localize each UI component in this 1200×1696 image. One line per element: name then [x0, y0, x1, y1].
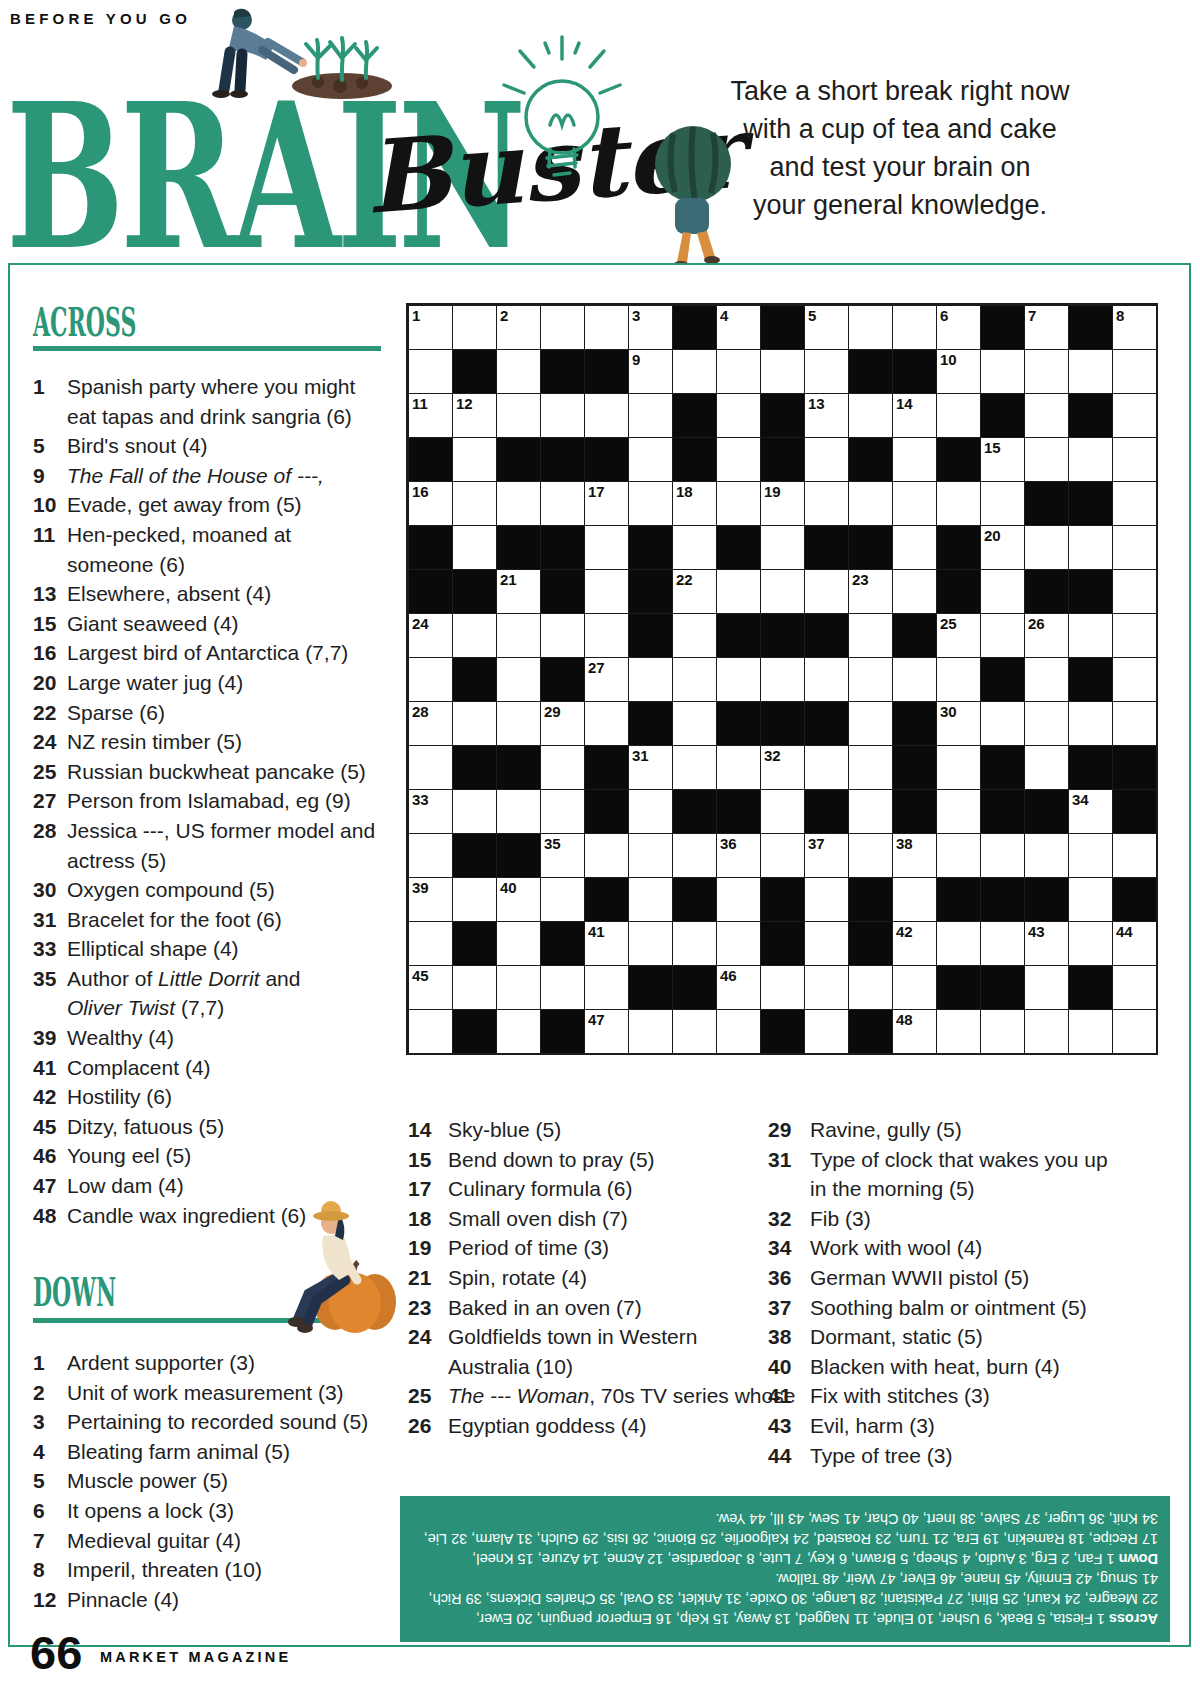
across-clue-11-cont: someone (6): [33, 550, 388, 580]
grid-cell-r15c10[interactable]: [804, 921, 848, 965]
grid-cell-r6c14[interactable]: 20: [980, 525, 1024, 569]
grid-cell-r1c7: [672, 305, 716, 349]
grid-cell-r6c15[interactable]: [1024, 525, 1068, 569]
grid-cell-r3c6[interactable]: [628, 393, 672, 437]
grid-cell-r6c7[interactable]: [672, 525, 716, 569]
grid-cell-r13c13[interactable]: [936, 833, 980, 877]
grid-cell-r13c1[interactable]: [408, 833, 452, 877]
down-clue-4: 4Bleating farm animal (5): [33, 1437, 388, 1467]
grid-cell-r3c2[interactable]: 12: [452, 393, 496, 437]
grid-cell-r16c2[interactable]: [452, 965, 496, 1009]
grid-cell-r17c9: [760, 1009, 804, 1053]
grid-cell-r7c9[interactable]: [760, 569, 804, 613]
grid-cell-r15c16[interactable]: [1068, 921, 1112, 965]
clue-number: 19: [408, 1233, 448, 1263]
grid-cell-r5c11[interactable]: [848, 481, 892, 525]
grid-cell-r6c6: [628, 525, 672, 569]
grid-cell-r14c10[interactable]: [804, 877, 848, 921]
grid-cell-r12c6[interactable]: [628, 789, 672, 833]
answers-line-1: Across 1 Fiesta, 5 Beak, 9 Usher, 10 Elu…: [412, 1609, 1158, 1629]
grid-cell-r5c1[interactable]: 16: [408, 481, 452, 525]
grid-cell-r8c13[interactable]: 25: [936, 613, 980, 657]
grid-cell-r3c13[interactable]: [936, 393, 980, 437]
down-clue-24-cont: Australia (10): [408, 1352, 753, 1382]
grid-cell-r15c14[interactable]: [980, 921, 1024, 965]
intro-line-2: with a cup of tea and cake: [700, 110, 1100, 148]
grid-cell-r3c16: [1068, 393, 1112, 437]
grid-cell-r14c8[interactable]: [716, 877, 760, 921]
grid-cell-r6c8: [716, 525, 760, 569]
down-clue-40: 40Blacken with heat, burn (4): [768, 1352, 1128, 1382]
cell-number-11: 11: [412, 395, 428, 412]
grid-cell-r14c1[interactable]: 39: [408, 877, 452, 921]
grid-cell-r3c12[interactable]: 14: [892, 393, 936, 437]
clue-number: 40: [768, 1352, 810, 1382]
grid-cell-r15c13[interactable]: [936, 921, 980, 965]
grid-cell-r7c12[interactable]: [892, 569, 936, 613]
grid-cell-r9c10[interactable]: [804, 657, 848, 701]
clue-number: 6: [33, 1496, 67, 1526]
clue-number: 30: [33, 875, 67, 905]
grid-cell-r2c13[interactable]: 10: [936, 349, 980, 393]
grid-cell-r3c3[interactable]: [496, 393, 540, 437]
clue-number: 35: [33, 964, 67, 994]
cell-number-16: 16: [412, 483, 429, 500]
grid-cell-r16c4[interactable]: [540, 965, 584, 1009]
grid-cell-r10c5[interactable]: [584, 701, 628, 745]
cell-number-10: 10: [940, 351, 957, 368]
grid-cell-r2c1[interactable]: [408, 349, 452, 393]
grid-cell-r1c5[interactable]: [584, 305, 628, 349]
grid-cell-r17c14[interactable]: [980, 1009, 1024, 1053]
grid-cell-r12c3[interactable]: [496, 789, 540, 833]
clue-number: 17: [408, 1174, 448, 1204]
grid-cell-r4c15[interactable]: [1024, 437, 1068, 481]
across-clue-10: 10Evade, get away from (5): [33, 490, 388, 520]
grid-cell-r13c15[interactable]: [1024, 833, 1068, 877]
clue-number: 9: [33, 461, 67, 491]
grid-cell-r5c2[interactable]: [452, 481, 496, 525]
clue-text: Soothing balm or ointment (5): [810, 1293, 1087, 1323]
grid-cell-r5c4[interactable]: [540, 481, 584, 525]
grid-cell-r13c14[interactable]: [980, 833, 1024, 877]
grid-cell-r4c4: [540, 437, 584, 481]
grid-cell-r5c13[interactable]: [936, 481, 980, 525]
grid-cell-r5c12[interactable]: [892, 481, 936, 525]
grid-cell-r5c14[interactable]: [980, 481, 1024, 525]
grid-cell-r12c13[interactable]: [936, 789, 980, 833]
across-clue-35-cont: Oliver Twist (7,7): [33, 993, 388, 1023]
clue-text: NZ resin timber (5): [67, 727, 242, 757]
grid-cell-r1c2[interactable]: [452, 305, 496, 349]
grid-cell-r12c2[interactable]: [452, 789, 496, 833]
clue-text: Bracelet for the foot (6): [67, 905, 282, 935]
grid-cell-r14c2[interactable]: [452, 877, 496, 921]
grid-cell-r9c15[interactable]: [1024, 657, 1068, 701]
clue-text: Baked in an oven (7): [448, 1293, 642, 1323]
gardener-illustration: [190, 2, 400, 102]
grid-cell-r16c11[interactable]: [848, 965, 892, 1009]
down-clue-31-cont: in the morning (5): [768, 1174, 1128, 1204]
grid-cell-r13c8[interactable]: 36: [716, 833, 760, 877]
clue-number: 38: [768, 1322, 810, 1352]
grid-cell-r6c2[interactable]: [452, 525, 496, 569]
across-clue-1-cont: eat tapas and drink sangria (6): [33, 402, 388, 432]
grid-cell-r2c15[interactable]: [1024, 349, 1068, 393]
clue-number: 25: [33, 757, 67, 787]
clue-text: Egyptian goddess (4): [448, 1411, 646, 1441]
grid-cell-r6c12[interactable]: [892, 525, 936, 569]
grid-cell-r1c15[interactable]: 7: [1024, 305, 1068, 349]
grid-cell-r10c15[interactable]: [1024, 701, 1068, 745]
grid-cell-r14c7: [672, 877, 716, 921]
grid-cell-r4c12[interactable]: [892, 437, 936, 481]
grid-cell-r9c1[interactable]: [408, 657, 452, 701]
grid-cell-r7c7[interactable]: 22: [672, 569, 716, 613]
grid-cell-r1c1[interactable]: 1: [408, 305, 452, 349]
grid-cell-r11c4[interactable]: [540, 745, 584, 789]
grid-cell-r16c9[interactable]: [760, 965, 804, 1009]
clue-number: 1: [33, 372, 67, 402]
grid-cell-r17c3[interactable]: [496, 1009, 540, 1053]
intro-line-1: Take a short break right now: [700, 72, 1100, 110]
grid-cell-r14c4[interactable]: [540, 877, 584, 921]
grid-cell-r6c17[interactable]: [1112, 525, 1156, 569]
magazine-name: MARKET MAGAZINE: [100, 1649, 291, 1665]
across-clue-28-cont: actress (5): [33, 846, 388, 876]
grid-cell-r9c16: [1068, 657, 1112, 701]
grid-cell-r8c1[interactable]: 24: [408, 613, 452, 657]
grid-cell-r17c1[interactable]: [408, 1009, 452, 1053]
clue-number: [768, 1174, 810, 1204]
grid-cell-r6c16[interactable]: [1068, 525, 1112, 569]
grid-cell-r10c7[interactable]: [672, 701, 716, 745]
grid-cell-r16c3[interactable]: [496, 965, 540, 1009]
grid-cell-r2c6[interactable]: 9: [628, 349, 672, 393]
grid-cell-r13c5[interactable]: [584, 833, 628, 877]
grid-cell-r16c15[interactable]: [1024, 965, 1068, 1009]
grid-cell-r9c6[interactable]: [628, 657, 672, 701]
grid-cell-r9c17[interactable]: [1112, 657, 1156, 701]
grid-cell-r12c9[interactable]: [760, 789, 804, 833]
grid-cell-r8c7[interactable]: [672, 613, 716, 657]
grid-cell-r11c10[interactable]: [804, 745, 848, 789]
grid-cell-r4c8[interactable]: [716, 437, 760, 481]
clue-text: It opens a lock (3): [67, 1496, 234, 1526]
grid-cell-r16c7: [672, 965, 716, 1009]
grid-cell-r4c10[interactable]: [804, 437, 848, 481]
grid-cell-r1c12[interactable]: [892, 305, 936, 349]
clue-text: Small oven dish (7): [448, 1204, 628, 1234]
grid-cell-r11c3: [496, 745, 540, 789]
grid-cell-r2c16[interactable]: [1068, 349, 1112, 393]
grid-cell-r17c12[interactable]: 48: [892, 1009, 936, 1053]
grid-cell-r5c7[interactable]: 18: [672, 481, 716, 525]
grid-cell-r8c9: [760, 613, 804, 657]
grid-cell-r11c15[interactable]: [1024, 745, 1068, 789]
grid-cell-r7c8[interactable]: [716, 569, 760, 613]
grid-cell-r5c6[interactable]: [628, 481, 672, 525]
grid-cell-r12c7: [672, 789, 716, 833]
grid-cell-r17c17[interactable]: [1112, 1009, 1156, 1053]
grid-cell-r16c1[interactable]: 45: [408, 965, 452, 1009]
clue-number: 45: [33, 1112, 67, 1142]
grid-cell-r3c5[interactable]: [584, 393, 628, 437]
grid-cell-r10c13[interactable]: 30: [936, 701, 980, 745]
grid-cell-r7c14[interactable]: [980, 569, 1024, 613]
grid-cell-r9c14: [980, 657, 1024, 701]
grid-cell-r2c10[interactable]: [804, 349, 848, 393]
grid-cell-r2c8[interactable]: [716, 349, 760, 393]
clue-number: 2: [33, 1378, 67, 1408]
grid-cell-r17c7[interactable]: [672, 1009, 716, 1053]
grid-cell-r5c5[interactable]: 17: [584, 481, 628, 525]
grid-cell-r5c8[interactable]: [716, 481, 760, 525]
cell-number-45: 45: [412, 967, 429, 984]
grid-cell-r1c10[interactable]: 5: [804, 305, 848, 349]
down-clue-31: 31Type of clock that wakes you up: [768, 1145, 1128, 1175]
grid-cell-r10c1[interactable]: 28: [408, 701, 452, 745]
grid-cell-r3c1[interactable]: 11: [408, 393, 452, 437]
grid-cell-r8c14[interactable]: [980, 613, 1024, 657]
grid-cell-r17c8[interactable]: [716, 1009, 760, 1053]
grid-cell-r17c13[interactable]: [936, 1009, 980, 1053]
grid-cell-r2c17[interactable]: [1112, 349, 1156, 393]
cell-number-24: 24: [412, 615, 429, 632]
grid-cell-r6c5[interactable]: [584, 525, 628, 569]
grid-cell-r3c11[interactable]: [848, 393, 892, 437]
grid-cell-r9c5[interactable]: 27: [584, 657, 628, 701]
grid-cell-r4c6[interactable]: [628, 437, 672, 481]
cell-number-8: 8: [1116, 307, 1124, 324]
across-clue-25: 25Russian buckwheat pancake (5): [33, 757, 388, 787]
clue-text: Ardent supporter (3): [67, 1348, 255, 1378]
grid-cell-r12c11[interactable]: [848, 789, 892, 833]
grid-cell-r6c10: [804, 525, 848, 569]
grid-cell-r8c17[interactable]: [1112, 613, 1156, 657]
grid-cell-r9c13[interactable]: [936, 657, 980, 701]
grid-cell-r9c8[interactable]: [716, 657, 760, 701]
clue-text: Evil, harm (3): [810, 1411, 935, 1441]
grid-cell-r14c15: [1024, 877, 1068, 921]
grid-cell-r15c8[interactable]: [716, 921, 760, 965]
across-clue-41: 41Complacent (4): [33, 1053, 388, 1083]
grid-cell-r8c3[interactable]: [496, 613, 540, 657]
clue-number: 48: [33, 1201, 67, 1231]
across-clue-46: 46Young eel (5): [33, 1141, 388, 1171]
clue-number: 39: [33, 1023, 67, 1053]
cell-number-13: 13: [808, 395, 825, 412]
grid-cell-r9c7[interactable]: [672, 657, 716, 701]
across-clue-27: 27Person from Islamabad, eg (9): [33, 786, 388, 816]
grid-cell-r9c9[interactable]: [760, 657, 804, 701]
grid-cell-r5c3[interactable]: [496, 481, 540, 525]
clue-number: 13: [33, 579, 67, 609]
grid-cell-r11c1[interactable]: [408, 745, 452, 789]
cell-number-9: 9: [632, 351, 640, 368]
grid-cell-r2c9[interactable]: [760, 349, 804, 393]
grid-cell-r10c17[interactable]: [1112, 701, 1156, 745]
grid-cell-r13c6[interactable]: [628, 833, 672, 877]
grid-cell-r15c6[interactable]: [628, 921, 672, 965]
grid-cell-r17c6[interactable]: [628, 1009, 672, 1053]
grid-cell-r8c4[interactable]: [540, 613, 584, 657]
grid-cell-r12c4[interactable]: [540, 789, 584, 833]
grid-cell-r11c11[interactable]: [848, 745, 892, 789]
grid-cell-r10c16[interactable]: [1068, 701, 1112, 745]
grid-cell-r9c12[interactable]: [892, 657, 936, 701]
grid-cell-r15c1[interactable]: [408, 921, 452, 965]
grid-cell-r4c16[interactable]: [1068, 437, 1112, 481]
grid-cell-r12c1[interactable]: 33: [408, 789, 452, 833]
grid-cell-r2c14[interactable]: [980, 349, 1024, 393]
grid-cell-r16c10[interactable]: [804, 965, 848, 1009]
clue-text: Bend down to pray (5): [448, 1145, 655, 1175]
grid-cell-r10c2[interactable]: [452, 701, 496, 745]
across-clue-20: 20Large water jug (4): [33, 668, 388, 698]
grid-cell-r13c4[interactable]: 35: [540, 833, 584, 877]
grid-cell-r11c7[interactable]: [672, 745, 716, 789]
grid-cell-r1c4[interactable]: [540, 305, 584, 349]
cell-number-1: 1: [412, 307, 420, 324]
grid-cell-r1c8[interactable]: 4: [716, 305, 760, 349]
grid-cell-r15c15[interactable]: 43: [1024, 921, 1068, 965]
grid-cell-r7c5[interactable]: [584, 569, 628, 613]
grid-cell-r14c6[interactable]: [628, 877, 672, 921]
grid-cell-r11c8[interactable]: [716, 745, 760, 789]
cell-number-19: 19: [764, 483, 781, 500]
grid-cell-r10c14[interactable]: [980, 701, 1024, 745]
grid-cell-r17c16[interactable]: [1068, 1009, 1112, 1053]
clue-text: Jessica ---, US former model and: [67, 816, 375, 846]
grid-cell-r14c16[interactable]: [1068, 877, 1112, 921]
down-clue-15: 15Bend down to pray (5): [408, 1145, 753, 1175]
clue-number: [33, 402, 67, 432]
grid-cell-r2c3[interactable]: [496, 349, 540, 393]
clue-text: Medieval guitar (4): [67, 1526, 241, 1556]
grid-cell-r8c15[interactable]: 26: [1024, 613, 1068, 657]
grid-cell-r13c16[interactable]: [1068, 833, 1112, 877]
grid-cell-r7c3[interactable]: 21: [496, 569, 540, 613]
clue-text: Spanish party where you might: [67, 372, 355, 402]
grid-cell-r14c3[interactable]: 40: [496, 877, 540, 921]
grid-cell-r10c3[interactable]: [496, 701, 540, 745]
clue-text: actress (5): [67, 846, 166, 876]
grid-cell-r16c12[interactable]: [892, 965, 936, 1009]
grid-cell-r5c10[interactable]: [804, 481, 848, 525]
grid-cell-r8c2[interactable]: [452, 613, 496, 657]
grid-cell-r4c5: [584, 437, 628, 481]
grid-cell-r4c14[interactable]: 15: [980, 437, 1024, 481]
grid-cell-r17c5[interactable]: 47: [584, 1009, 628, 1053]
grid-cell-r9c4: [540, 657, 584, 701]
clue-text: Bird's snout (4): [67, 431, 208, 461]
grid-cell-r3c4[interactable]: [540, 393, 584, 437]
cell-number-15: 15: [984, 439, 1001, 456]
down-clue-3: 3Pertaining to recorded sound (5): [33, 1407, 388, 1437]
grid-cell-r9c3[interactable]: [496, 657, 540, 701]
down-clue-19: 19Period of time (3): [408, 1233, 753, 1263]
grid-cell-r15c17[interactable]: 44: [1112, 921, 1156, 965]
grid-cell-r16c17[interactable]: [1112, 965, 1156, 1009]
grid-cell-r13c11[interactable]: [848, 833, 892, 877]
grid-cell-r1c11[interactable]: [848, 305, 892, 349]
clue-text: in the morning (5): [810, 1174, 975, 1204]
grid-cell-r1c17[interactable]: 8: [1112, 305, 1156, 349]
grid-cell-r8c11[interactable]: [848, 613, 892, 657]
grid-cell-r8c5[interactable]: [584, 613, 628, 657]
grid-cell-r17c10[interactable]: [804, 1009, 848, 1053]
clue-number: 8: [33, 1555, 67, 1585]
clue-text: Oxygen compound (5): [67, 875, 275, 905]
grid-cell-r4c2[interactable]: [452, 437, 496, 481]
grid-cell-r3c17[interactable]: [1112, 393, 1156, 437]
grid-cell-r13c12[interactable]: 38: [892, 833, 936, 877]
grid-cell-r9c11[interactable]: [848, 657, 892, 701]
grid-cell-r16c8[interactable]: 46: [716, 965, 760, 1009]
grid-cell-r7c17[interactable]: [1112, 569, 1156, 613]
grid-cell-r13c17[interactable]: [1112, 833, 1156, 877]
grid-cell-r11c6[interactable]: 31: [628, 745, 672, 789]
grid-cell-r4c17[interactable]: [1112, 437, 1156, 481]
down-heading: DOWN: [33, 1272, 184, 1312]
down-clue-24: 24Goldfields town in Western: [408, 1322, 753, 1352]
grid-cell-r7c6: [628, 569, 672, 613]
grid-cell-r4c7: [672, 437, 716, 481]
cell-number-47: 47: [588, 1011, 605, 1028]
grid-cell-r1c13[interactable]: 6: [936, 305, 980, 349]
grid-cell-r5c9[interactable]: 19: [760, 481, 804, 525]
grid-cell-r13c7[interactable]: [672, 833, 716, 877]
grid-cell-r2c2: [452, 349, 496, 393]
grid-cell-r16c5[interactable]: [584, 965, 628, 1009]
cell-number-44: 44: [1116, 923, 1133, 940]
grid-cell-r11c13[interactable]: [936, 745, 980, 789]
grid-cell-r3c8[interactable]: [716, 393, 760, 437]
clue-number: 12: [33, 1585, 67, 1615]
grid-cell-r17c15[interactable]: [1024, 1009, 1068, 1053]
grid-cell-r11c9[interactable]: 32: [760, 745, 804, 789]
grid-cell-r12c16[interactable]: 34: [1068, 789, 1112, 833]
grid-cell-r11c16: [1068, 745, 1112, 789]
grid-cell-r10c4[interactable]: 29: [540, 701, 584, 745]
grid-cell-r13c9[interactable]: [760, 833, 804, 877]
grid-cell-r5c17[interactable]: [1112, 481, 1156, 525]
grid-cell-r13c10[interactable]: 37: [804, 833, 848, 877]
grid-cell-r1c6[interactable]: 3: [628, 305, 672, 349]
grid-cell-r3c10[interactable]: 13: [804, 393, 848, 437]
grid-cell-r15c7[interactable]: [672, 921, 716, 965]
grid-cell-r15c12[interactable]: 42: [892, 921, 936, 965]
grid-cell-r14c12[interactable]: [892, 877, 936, 921]
grid-cell-r2c7[interactable]: [672, 349, 716, 393]
grid-cell-r3c15[interactable]: [1024, 393, 1068, 437]
grid-cell-r1c3[interactable]: 2: [496, 305, 540, 349]
clue-number: 23: [408, 1293, 448, 1323]
grid-cell-r7c10[interactable]: [804, 569, 848, 613]
clue-number: [33, 550, 67, 580]
grid-cell-r15c5[interactable]: 41: [584, 921, 628, 965]
clue-text: Hen-pecked, moaned at: [67, 520, 291, 550]
grid-cell-r15c3[interactable]: [496, 921, 540, 965]
grid-cell-r6c9[interactable]: [760, 525, 804, 569]
grid-cell-r10c11[interactable]: [848, 701, 892, 745]
grid-cell-r11c17: [1112, 745, 1156, 789]
grid-cell-r1c16: [1068, 305, 1112, 349]
grid-cell-r8c16[interactable]: [1068, 613, 1112, 657]
grid-cell-r11c2: [452, 745, 496, 789]
grid-cell-r7c11[interactable]: 23: [848, 569, 892, 613]
